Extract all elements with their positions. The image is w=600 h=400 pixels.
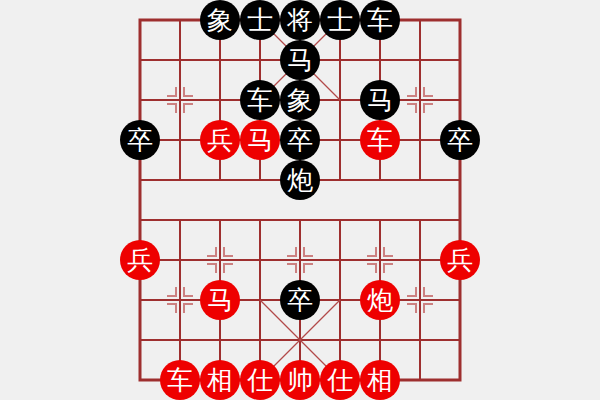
piece-red-soldier[interactable]: 兵 [120,240,160,280]
piece-black-soldier[interactable]: 卒 [440,120,480,160]
piece-black-elephant[interactable]: 象 [280,80,320,120]
piece-red-advisor[interactable]: 仕 [240,360,280,400]
piece-red-horse[interactable]: 马 [200,280,240,320]
piece-red-soldier[interactable]: 兵 [440,240,480,280]
piece-red-horse[interactable]: 马 [240,120,280,160]
piece-black-chariot[interactable]: 车 [360,0,400,40]
piece-black-general[interactable]: 将 [280,0,320,40]
piece-red-general[interactable]: 帅 [280,360,320,400]
piece-black-advisor[interactable]: 士 [240,0,280,40]
piece-red-soldier[interactable]: 兵 [200,120,240,160]
xiangqi-board: 象士将士车马车象马卒兵马卒车卒炮兵兵马卒炮车相仕帅仕相 [0,0,600,400]
piece-black-soldier[interactable]: 卒 [280,120,320,160]
piece-red-elephant[interactable]: 相 [360,360,400,400]
piece-red-elephant[interactable]: 相 [200,360,240,400]
piece-red-cannon[interactable]: 炮 [360,280,400,320]
piece-black-horse[interactable]: 马 [280,40,320,80]
pieces-layer: 象士将士车马车象马卒兵马卒车卒炮兵兵马卒炮车相仕帅仕相 [120,0,480,400]
piece-black-chariot[interactable]: 车 [240,80,280,120]
piece-black-horse[interactable]: 马 [360,80,400,120]
piece-black-soldier[interactable]: 卒 [120,120,160,160]
piece-black-elephant[interactable]: 象 [200,0,240,40]
piece-black-cannon[interactable]: 炮 [280,160,320,200]
piece-black-advisor[interactable]: 士 [320,0,360,40]
piece-red-chariot[interactable]: 车 [160,360,200,400]
piece-red-advisor[interactable]: 仕 [320,360,360,400]
piece-red-chariot[interactable]: 车 [360,120,400,160]
piece-black-soldier[interactable]: 卒 [280,280,320,320]
